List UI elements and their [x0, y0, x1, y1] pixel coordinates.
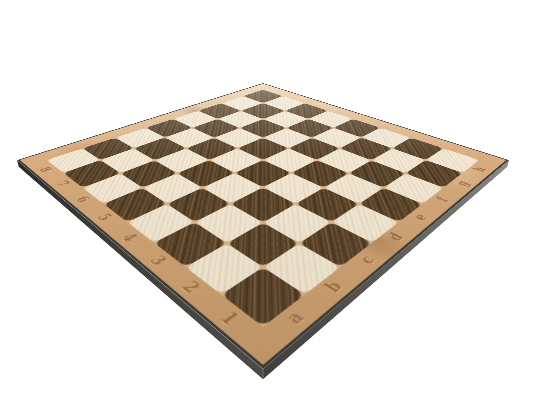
- square-c5: [178, 160, 235, 188]
- square-a2: [185, 243, 263, 294]
- square-b3: [195, 204, 263, 243]
- square-b1: [263, 243, 341, 294]
- square-a7: [64, 160, 121, 188]
- square-b5: [143, 173, 203, 204]
- square-f2: [348, 160, 405, 188]
- product-photo: 87654321 hgfedcba: [0, 0, 533, 413]
- board-grid: [47, 90, 480, 327]
- square-a5: [103, 188, 167, 223]
- square-c4: [203, 173, 263, 204]
- rank-label-2: 2: [162, 267, 221, 310]
- square-a1: [221, 267, 305, 327]
- square-f1: [383, 173, 443, 204]
- square-c1: [299, 222, 372, 267]
- rank-label-3: 3: [132, 243, 185, 280]
- square-e2: [323, 173, 383, 204]
- rank-labels: 87654321: [27, 160, 263, 345]
- square-d2: [295, 188, 359, 223]
- square-e1: [359, 188, 423, 223]
- square-c3: [231, 188, 295, 223]
- square-b4: [167, 188, 231, 223]
- rank-label-1: 1: [198, 294, 263, 345]
- square-a6: [82, 173, 142, 204]
- square-b2: [227, 222, 300, 267]
- square-g1: [405, 160, 462, 188]
- square-a3: [154, 222, 227, 267]
- square-d3: [263, 173, 323, 204]
- square-d1: [331, 204, 399, 243]
- chessboard: 87654321 hgfedcba: [17, 83, 509, 369]
- square-d4: [235, 160, 292, 188]
- file-labels: hgfedcba: [263, 160, 499, 345]
- square-e3: [291, 160, 348, 188]
- square-c2: [263, 204, 331, 243]
- square-a4: [127, 204, 195, 243]
- square-b6: [121, 160, 178, 188]
